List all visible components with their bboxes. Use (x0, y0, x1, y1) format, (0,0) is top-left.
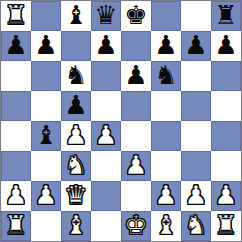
square-h8[interactable]: ♜ (211, 1, 241, 31)
square-b6[interactable] (31, 61, 61, 91)
white-pawn[interactable]: ♟ (4, 181, 27, 210)
white-bishop[interactable]: ♝ (64, 211, 87, 240)
white-bishop[interactable]: ♝ (154, 211, 177, 240)
square-d1[interactable] (91, 211, 121, 241)
black-pawn[interactable]: ♟ (34, 31, 57, 60)
square-f7[interactable]: ♟ (151, 31, 181, 61)
square-a4[interactable] (1, 121, 31, 151)
square-a6[interactable] (1, 61, 31, 91)
white-pawn[interactable]: ♟ (94, 121, 117, 150)
square-f4[interactable] (151, 121, 181, 151)
square-e5[interactable] (121, 91, 151, 121)
black-queen[interactable]: ♛ (94, 1, 117, 30)
black-knight[interactable]: ♞ (64, 61, 87, 90)
square-e4[interactable] (121, 121, 151, 151)
square-a8[interactable]: ♜ (1, 1, 31, 31)
square-g6[interactable] (181, 61, 211, 91)
square-h2[interactable]: ♟ (211, 181, 241, 211)
white-pawn[interactable]: ♟ (64, 121, 87, 150)
square-a3[interactable] (1, 151, 31, 181)
square-d8[interactable]: ♛ (91, 1, 121, 31)
white-rook[interactable]: ♜ (4, 211, 27, 240)
black-bishop[interactable]: ♝ (64, 1, 87, 30)
square-h4[interactable] (211, 121, 241, 151)
black-pawn[interactable]: ♟ (64, 91, 87, 120)
square-h1[interactable]: ♜ (211, 211, 241, 241)
black-pawn[interactable]: ♟ (4, 31, 27, 60)
white-king[interactable]: ♚ (124, 211, 147, 240)
black-knight[interactable]: ♞ (154, 61, 177, 90)
square-d5[interactable] (91, 91, 121, 121)
square-f6[interactable]: ♞ (151, 61, 181, 91)
white-pawn[interactable]: ♟ (184, 181, 207, 210)
square-g4[interactable] (181, 121, 211, 151)
square-a7[interactable]: ♟ (1, 31, 31, 61)
square-a2[interactable]: ♟ (1, 181, 31, 211)
square-c3[interactable]: ♞ (61, 151, 91, 181)
square-b3[interactable] (31, 151, 61, 181)
black-pawn[interactable]: ♟ (154, 31, 177, 60)
square-g1[interactable]: ♞ (181, 211, 211, 241)
square-c2[interactable]: ♛ (61, 181, 91, 211)
black-pawn[interactable]: ♟ (214, 31, 237, 60)
white-knight[interactable]: ♞ (64, 151, 87, 180)
square-e2[interactable] (121, 181, 151, 211)
square-d4[interactable]: ♟ (91, 121, 121, 151)
white-queen[interactable]: ♛ (64, 181, 87, 210)
white-pawn[interactable]: ♟ (34, 181, 57, 210)
square-b1[interactable] (31, 211, 61, 241)
square-b5[interactable] (31, 91, 61, 121)
white-knight[interactable]: ♞ (184, 211, 207, 240)
black-bishop[interactable]: ♝ (34, 121, 57, 150)
square-e1[interactable]: ♚ (121, 211, 151, 241)
square-c7[interactable] (61, 31, 91, 61)
black-king[interactable]: ♚ (124, 1, 147, 30)
square-d3[interactable] (91, 151, 121, 181)
square-c6[interactable]: ♞ (61, 61, 91, 91)
square-a1[interactable]: ♜ (1, 211, 31, 241)
chess-board: ♜♝♛♚♜♟♟♟♟♟♟♞♟♞♟♝♟♟♞♟♟♟♛♟♟♟♜♝♚♝♞♜ (0, 0, 242, 242)
white-pawn[interactable]: ♟ (214, 181, 237, 210)
square-f5[interactable] (151, 91, 181, 121)
square-h3[interactable] (211, 151, 241, 181)
square-e8[interactable]: ♚ (121, 1, 151, 31)
square-f8[interactable] (151, 1, 181, 31)
square-b7[interactable]: ♟ (31, 31, 61, 61)
square-h7[interactable]: ♟ (211, 31, 241, 61)
black-rook[interactable]: ♜ (214, 1, 237, 30)
square-g5[interactable] (181, 91, 211, 121)
square-g3[interactable] (181, 151, 211, 181)
square-d7[interactable]: ♟ (91, 31, 121, 61)
square-b2[interactable]: ♟ (31, 181, 61, 211)
square-h6[interactable] (211, 61, 241, 91)
square-e7[interactable] (121, 31, 151, 61)
black-pawn[interactable]: ♟ (184, 31, 207, 60)
white-rook[interactable]: ♜ (4, 1, 27, 30)
square-f1[interactable]: ♝ (151, 211, 181, 241)
square-f3[interactable] (151, 151, 181, 181)
square-d2[interactable] (91, 181, 121, 211)
square-d6[interactable] (91, 61, 121, 91)
square-b4[interactable]: ♝ (31, 121, 61, 151)
square-b8[interactable] (31, 1, 61, 31)
black-pawn[interactable]: ♟ (124, 61, 147, 90)
square-e3[interactable]: ♟ (121, 151, 151, 181)
square-c1[interactable]: ♝ (61, 211, 91, 241)
square-h5[interactable] (211, 91, 241, 121)
square-e6[interactable]: ♟ (121, 61, 151, 91)
square-g8[interactable] (181, 1, 211, 31)
square-c8[interactable]: ♝ (61, 1, 91, 31)
square-f2[interactable]: ♟ (151, 181, 181, 211)
square-c4[interactable]: ♟ (61, 121, 91, 151)
square-g2[interactable]: ♟ (181, 181, 211, 211)
square-c5[interactable]: ♟ (61, 91, 91, 121)
black-pawn[interactable]: ♟ (94, 31, 117, 60)
white-pawn[interactable]: ♟ (154, 181, 177, 210)
white-rook[interactable]: ♜ (214, 211, 237, 240)
square-a5[interactable] (1, 91, 31, 121)
square-g7[interactable]: ♟ (181, 31, 211, 61)
white-pawn[interactable]: ♟ (124, 151, 147, 180)
